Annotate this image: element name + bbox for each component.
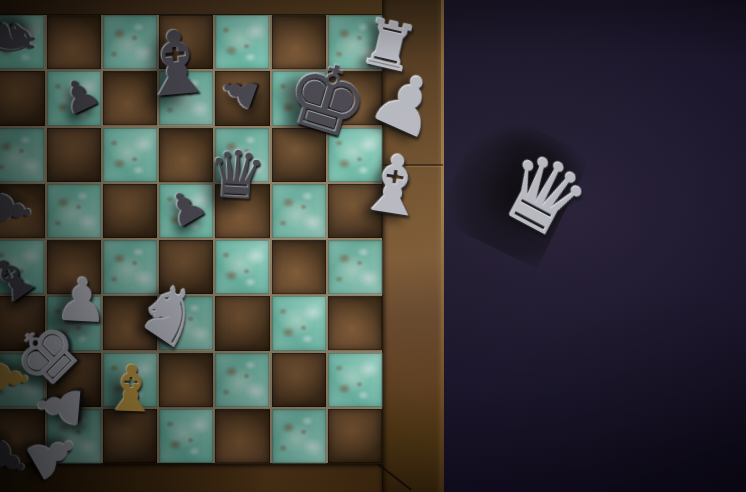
square-b6[interactable] bbox=[0, 128, 45, 182]
scene: ♞♟♝♟♚♜♟♝♛♟♟♝♟♞♚♟♝♟♟♟♛ bbox=[0, 0, 746, 492]
square-f8[interactable] bbox=[215, 15, 269, 69]
square-c5[interactable] bbox=[47, 184, 101, 238]
square-e6[interactable] bbox=[159, 128, 213, 182]
square-d6[interactable] bbox=[103, 128, 157, 182]
square-f4[interactable] bbox=[215, 240, 269, 294]
square-e1[interactable] bbox=[159, 409, 213, 463]
square-g2[interactable] bbox=[272, 353, 326, 407]
piece-pewter-bishop-e7[interactable]: ♝ bbox=[133, 17, 219, 112]
square-f1[interactable] bbox=[215, 409, 269, 463]
piece-gold-bishop-d1[interactable]: ♝ bbox=[101, 356, 161, 422]
square-h4[interactable] bbox=[328, 240, 382, 294]
square-g1[interactable] bbox=[272, 409, 326, 463]
square-h2[interactable] bbox=[328, 353, 382, 407]
square-f2[interactable] bbox=[215, 353, 269, 407]
square-d5[interactable] bbox=[103, 184, 157, 238]
square-g3[interactable] bbox=[272, 296, 326, 350]
piece-silver-bishop-border-right[interactable]: ♝ bbox=[352, 141, 435, 231]
square-h1[interactable] bbox=[328, 409, 382, 463]
square-g5[interactable] bbox=[272, 184, 326, 238]
square-h3[interactable] bbox=[328, 296, 382, 350]
square-g4[interactable] bbox=[272, 240, 326, 294]
piece-pewter-pawn-b5[interactable]: ♟ bbox=[0, 186, 39, 235]
square-b7[interactable] bbox=[0, 71, 45, 125]
square-c6[interactable] bbox=[47, 128, 101, 182]
square-f3[interactable] bbox=[215, 296, 269, 350]
piece-pewter-queen-f5[interactable]: ♛ bbox=[206, 141, 269, 210]
square-c8[interactable] bbox=[47, 15, 101, 69]
